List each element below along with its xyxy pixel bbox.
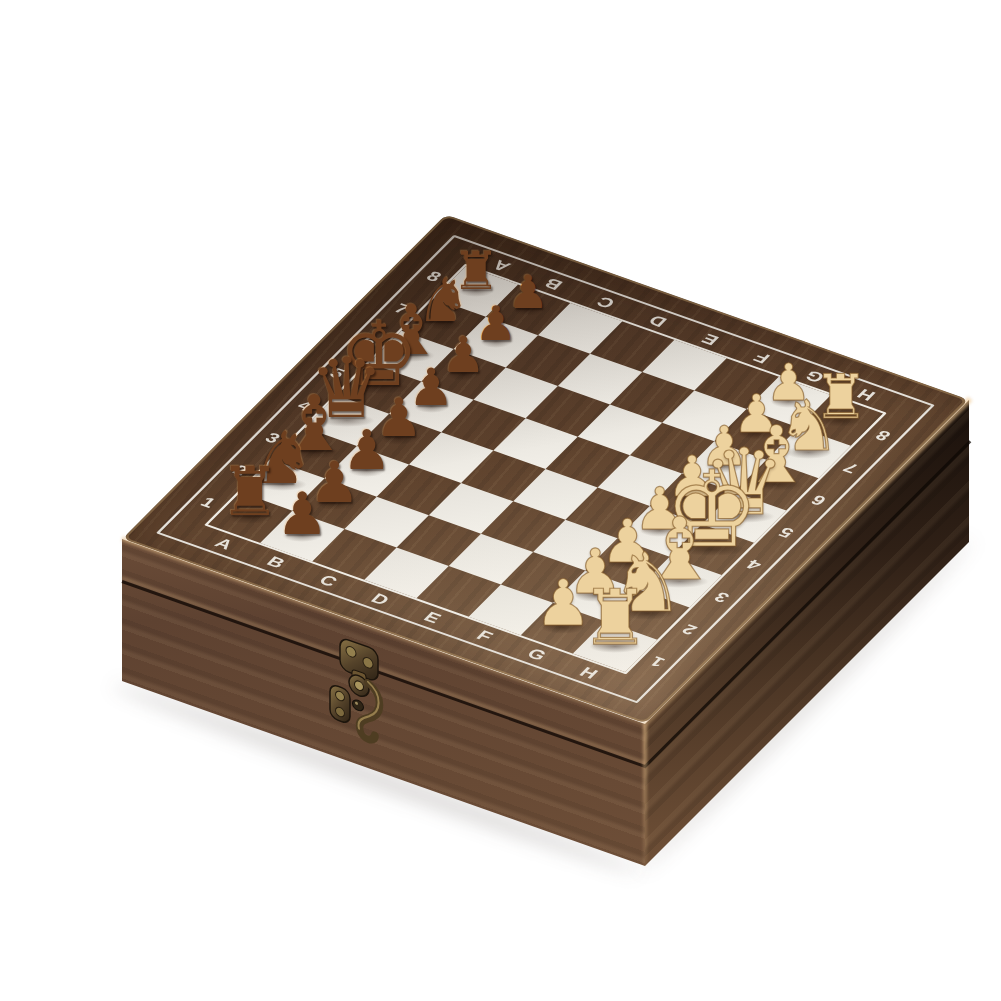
product-photo-scene: ABCDEFGH ABCDEFGH 87654321 87654321 ♜♞♝♛… (0, 0, 1001, 1001)
clasp-latch-icon (326, 630, 392, 765)
box-corner-highlight (643, 724, 647, 866)
